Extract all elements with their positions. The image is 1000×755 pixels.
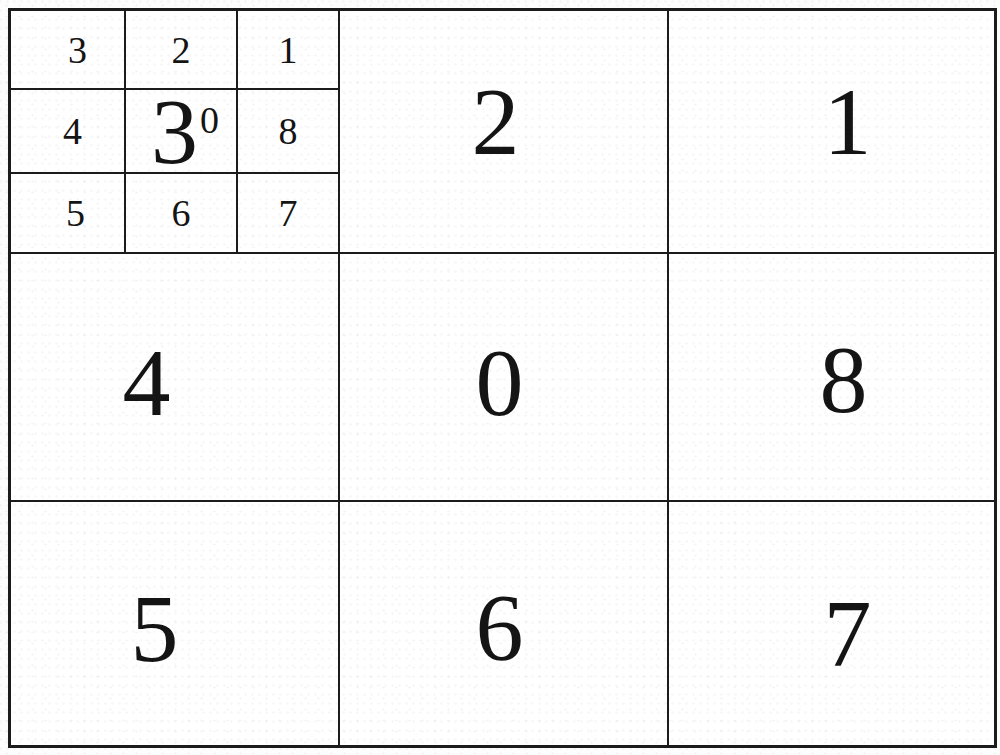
sub-cell-r1c2: 8: [238, 90, 338, 172]
sub-digit-2: 2: [172, 31, 191, 69]
main-cell-r1c0: 4: [11, 254, 338, 500]
main-cell-center: 0: [340, 254, 667, 500]
main-digit-6: 6: [476, 580, 524, 676]
sub-cell-r0c0: 3: [11, 11, 124, 88]
sub-digit-1: 1: [279, 31, 298, 69]
sub-digit-7: 7: [279, 194, 298, 232]
main-cell-r0c0-subdivided: 3 2 1 4 3 0 8 5: [11, 11, 338, 252]
sub-digit-3: 3: [68, 31, 87, 69]
main-digit-7: 7: [824, 586, 872, 682]
sub-center-base-digit: 3: [151, 84, 198, 178]
sub-cell-r0c2: 1: [238, 11, 338, 88]
sub-digit-8: 8: [279, 112, 298, 150]
sub-cell-r2c0: 5: [11, 174, 124, 252]
main-digit-5: 5: [131, 581, 179, 677]
main-cell-r0c1: 2: [340, 11, 667, 252]
main-cell-r2c0: 5: [11, 502, 338, 745]
main-digit-1: 1: [824, 74, 872, 170]
main-digit-2: 2: [472, 74, 520, 170]
main-digit-0: 0: [476, 335, 524, 431]
main-grid: 3 2 1 4 3 0 8 5: [8, 8, 997, 748]
main-cell-r1c2: 8: [669, 254, 994, 500]
sub-cell-r0c1: 2: [126, 11, 236, 88]
main-cell-r2c1: 6: [340, 502, 667, 745]
main-cell-r0c2: 1: [669, 11, 994, 252]
sub-cell-center: 3 0: [126, 90, 236, 172]
sub-center-sup-digit: 0: [200, 101, 219, 139]
main-digit-8: 8: [820, 332, 868, 428]
sub-center-label: 3 0: [151, 84, 219, 178]
sub-cell-r2c1: 6: [126, 174, 236, 252]
sub-cell-r1c0: 4: [11, 90, 124, 172]
sub-digit-6: 6: [172, 194, 191, 232]
cell3-subgrid: 3 2 1 4 3 0 8 5: [11, 11, 338, 252]
main-cell-r2c2: 7: [669, 502, 994, 745]
main-digit-4: 4: [123, 335, 171, 431]
sub-digit-5: 5: [66, 194, 85, 232]
sub-cell-r2c2: 7: [238, 174, 338, 252]
sub-digit-4: 4: [63, 112, 82, 150]
